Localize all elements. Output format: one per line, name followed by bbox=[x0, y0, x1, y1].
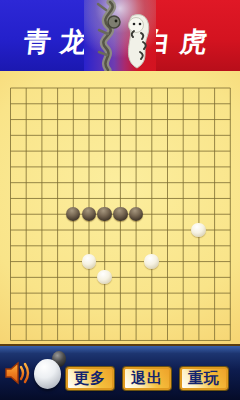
exit-button[interactable]: 退出 bbox=[123, 367, 171, 390]
replay-button[interactable]: 重玩 bbox=[180, 367, 228, 390]
white-stone bbox=[82, 254, 97, 269]
stones-grid bbox=[3, 80, 239, 348]
black-stone bbox=[129, 207, 144, 222]
header-banner: 青龙 白虎 bbox=[0, 0, 240, 71]
dragon-tiger-artwork-icon bbox=[84, 0, 156, 71]
gomoku-board[interactable] bbox=[0, 71, 240, 346]
more-button[interactable]: 更多 bbox=[66, 367, 114, 390]
white-stone bbox=[97, 270, 112, 285]
game-screen: 青龙 白虎 bbox=[0, 0, 240, 400]
white-stone bbox=[144, 254, 159, 269]
black-stone bbox=[97, 207, 112, 222]
white-stone bbox=[191, 223, 206, 238]
black-stone bbox=[66, 207, 81, 222]
white-stone-icon bbox=[34, 359, 61, 389]
black-stone bbox=[113, 207, 128, 222]
black-stone bbox=[82, 207, 97, 222]
bottom-toolbar: 更多 退出 重玩 bbox=[0, 346, 240, 400]
speaker-on-icon[interactable] bbox=[4, 359, 32, 387]
turn-indicator bbox=[33, 350, 67, 394]
